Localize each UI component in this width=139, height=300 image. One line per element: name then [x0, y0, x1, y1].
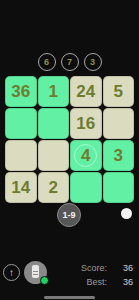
best-row: Best: 36: [63, 275, 133, 289]
score-row: Score: 36: [63, 261, 133, 275]
white-dot-indicator[interactable]: [121, 208, 132, 219]
tile-r1c1[interactable]: [38, 108, 70, 139]
score-label: Score:: [81, 261, 107, 275]
tile-r2c2[interactable]: 4: [70, 140, 102, 171]
tile-r0c3[interactable]: 5: [103, 76, 135, 107]
tile-r2c0[interactable]: [5, 140, 37, 171]
best-value: 36: [107, 275, 133, 289]
queue-tile-0[interactable]: 6: [38, 53, 56, 71]
app-shortcut-button[interactable]: [24, 261, 47, 284]
tile-r2c1[interactable]: [38, 140, 70, 171]
best-label: Best:: [86, 275, 107, 289]
home-indicator[interactable]: [44, 296, 95, 299]
tile-r0c2[interactable]: 24: [70, 76, 102, 107]
queue-tile-2[interactable]: 3: [84, 53, 102, 71]
green-status-badge: [40, 276, 49, 285]
game-board: 3612451643142: [5, 76, 134, 203]
tile-r3c0[interactable]: 14: [5, 172, 37, 203]
tile-r0c0[interactable]: 36: [5, 76, 37, 107]
score-value: 36: [107, 261, 133, 275]
tile-r0c1[interactable]: 1: [38, 76, 70, 107]
tile-r1c0[interactable]: [5, 108, 37, 139]
range-badge: 1-9: [57, 203, 81, 227]
queue-tile-1[interactable]: 7: [61, 53, 79, 71]
next-tiles-queue: 673: [0, 53, 139, 71]
game-screen: 673 3612451643142 1-9 ↑ Score: 36 Best: …: [0, 0, 139, 300]
tile-r1c2[interactable]: 16: [70, 108, 102, 139]
tile-r2c3[interactable]: 3: [103, 140, 135, 171]
tile-r3c3[interactable]: [103, 172, 135, 203]
list-icon: [32, 265, 39, 278]
share-button[interactable]: ↑: [3, 264, 20, 281]
score-panel: Score: 36 Best: 36: [63, 261, 133, 289]
tile-r3c2[interactable]: [70, 172, 102, 203]
tile-r1c3[interactable]: [103, 108, 135, 139]
up-arrow-icon: ↑: [9, 267, 14, 278]
tile-r3c1[interactable]: 2: [38, 172, 70, 203]
highlight-ring: 4: [74, 144, 97, 167]
